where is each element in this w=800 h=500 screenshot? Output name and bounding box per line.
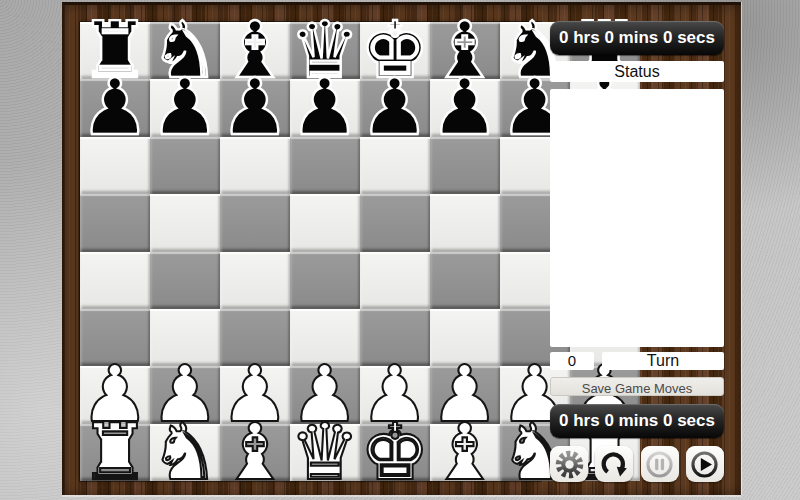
play-icon xyxy=(688,448,721,481)
piece-white-knight[interactable]: ♞ xyxy=(150,424,220,481)
save-game-moves-button[interactable]: Save Game Moves xyxy=(550,377,724,396)
square-e1[interactable]: ♚ xyxy=(360,424,430,481)
square-f6[interactable] xyxy=(430,137,500,194)
piece-black-pawn[interactable]: ♟ xyxy=(430,79,500,136)
square-d6[interactable] xyxy=(290,137,360,194)
piece-white-rook[interactable]: ♜ xyxy=(80,424,150,481)
move-count: 0 xyxy=(550,352,594,370)
chess-board: ♜♞♝♛♚♝♞♜♟♟♟♟♟♟♟♟♟♟♟♟♟♟♟♟♜♞♝♛♚♝♞♜ xyxy=(80,22,541,481)
square-c6[interactable] xyxy=(220,137,290,194)
square-a7[interactable]: ♟ xyxy=(80,79,150,136)
square-f5[interactable] xyxy=(430,194,500,251)
square-c7[interactable]: ♟ xyxy=(220,79,290,136)
top-timer: 0 hrs 0 mins 0 secs xyxy=(550,21,724,55)
square-e6[interactable] xyxy=(360,137,430,194)
square-e7[interactable]: ♟ xyxy=(360,79,430,136)
pause-button[interactable] xyxy=(641,446,679,482)
square-b1[interactable]: ♞ xyxy=(150,424,220,481)
status-header: Status xyxy=(550,61,724,82)
turn-indicator: Turn xyxy=(602,352,724,370)
piece-black-pawn[interactable]: ♟ xyxy=(80,79,150,136)
piece-black-pawn[interactable]: ♟ xyxy=(290,79,360,136)
turn-row: 0 Turn xyxy=(550,352,724,370)
gear-icon xyxy=(553,448,586,481)
square-e5[interactable] xyxy=(360,194,430,251)
piece-white-king[interactable]: ♚ xyxy=(360,424,430,481)
play-button[interactable] xyxy=(686,446,724,482)
square-b7[interactable]: ♟ xyxy=(150,79,220,136)
square-d7[interactable]: ♟ xyxy=(290,79,360,136)
square-c5[interactable] xyxy=(220,194,290,251)
square-f4[interactable] xyxy=(430,252,500,309)
square-f1[interactable]: ♝ xyxy=(430,424,500,481)
square-b5[interactable] xyxy=(150,194,220,251)
square-f7[interactable]: ♟ xyxy=(430,79,500,136)
piece-black-pawn[interactable]: ♟ xyxy=(220,79,290,136)
bottom-timer: 0 hrs 0 mins 0 secs xyxy=(550,404,724,438)
square-a5[interactable] xyxy=(80,194,150,251)
redo-arrow-icon xyxy=(598,448,631,481)
square-a1[interactable]: ♜ xyxy=(80,424,150,481)
square-e4[interactable] xyxy=(360,252,430,309)
redo-button[interactable] xyxy=(595,446,633,482)
piece-black-pawn[interactable]: ♟ xyxy=(150,79,220,136)
chess-app-window: ♜♞♝♛♚♝♞♜♟♟♟♟♟♟♟♟♟♟♟♟♟♟♟♟♜♞♝♛♚♝♞♜ 0 hrs 0… xyxy=(62,2,741,495)
piece-white-queen[interactable]: ♛ xyxy=(290,424,360,481)
control-buttons xyxy=(550,446,724,482)
square-d4[interactable] xyxy=(290,252,360,309)
settings-button[interactable] xyxy=(550,446,588,482)
piece-white-bishop[interactable]: ♝ xyxy=(220,424,290,481)
square-c4[interactable] xyxy=(220,252,290,309)
square-a4[interactable] xyxy=(80,252,150,309)
status-panel xyxy=(550,89,724,347)
square-d5[interactable] xyxy=(290,194,360,251)
piece-white-bishop[interactable]: ♝ xyxy=(430,424,500,481)
square-a6[interactable] xyxy=(80,137,150,194)
square-b6[interactable] xyxy=(150,137,220,194)
pause-icon xyxy=(643,448,676,481)
piece-black-pawn[interactable]: ♟ xyxy=(360,79,430,136)
square-d1[interactable]: ♛ xyxy=(290,424,360,481)
square-b4[interactable] xyxy=(150,252,220,309)
square-c1[interactable]: ♝ xyxy=(220,424,290,481)
